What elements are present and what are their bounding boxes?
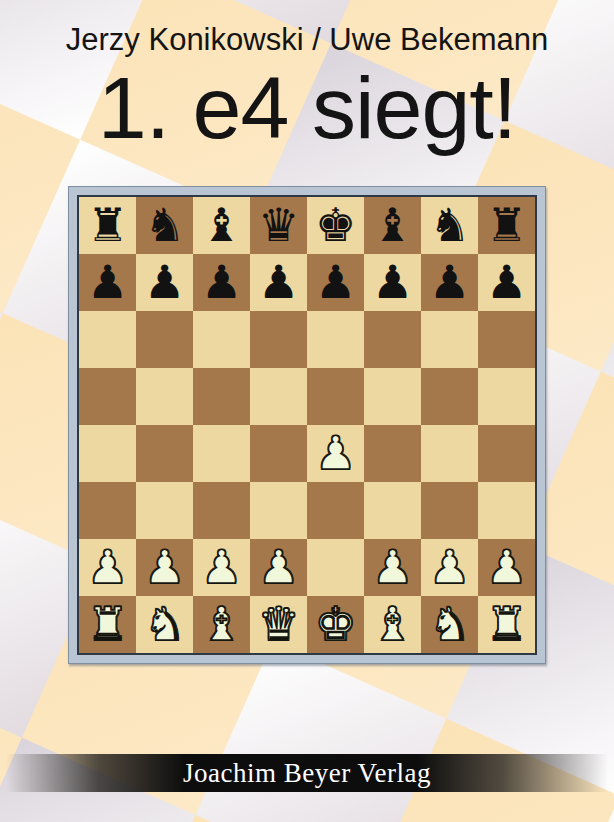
- square-c8: ♝: [193, 197, 250, 254]
- square-b1: ♞: [136, 596, 193, 653]
- square-d4: [250, 425, 307, 482]
- square-g6: [421, 311, 478, 368]
- piece-black-pawn: ♟: [364, 254, 421, 311]
- square-h8: ♜: [478, 197, 535, 254]
- piece-black-pawn: ♟: [250, 254, 307, 311]
- square-e1: ♚: [307, 596, 364, 653]
- square-g2: ♟: [421, 539, 478, 596]
- square-c4: [193, 425, 250, 482]
- square-d6: [250, 311, 307, 368]
- square-c1: ♝: [193, 596, 250, 653]
- piece-white-rook: ♜: [79, 596, 136, 653]
- square-c3: [193, 482, 250, 539]
- square-h2: ♟: [478, 539, 535, 596]
- piece-black-rook: ♜: [79, 197, 136, 254]
- square-b4: [136, 425, 193, 482]
- square-a7: ♟: [79, 254, 136, 311]
- piece-white-knight: ♞: [421, 596, 478, 653]
- square-f4: [364, 425, 421, 482]
- piece-black-bishop: ♝: [364, 197, 421, 254]
- piece-black-king: ♚: [307, 197, 364, 254]
- piece-black-pawn: ♟: [79, 254, 136, 311]
- square-d2: ♟: [250, 539, 307, 596]
- book-cover: Jerzy Konikowski / Uwe Bekemann 1. e4 si…: [0, 0, 614, 822]
- square-c2: ♟: [193, 539, 250, 596]
- piece-white-king: ♚: [307, 596, 364, 653]
- publisher-name: Joachim Beyer Verlag: [0, 754, 614, 792]
- piece-white-bishop: ♝: [364, 596, 421, 653]
- piece-white-pawn: ♟: [307, 425, 364, 482]
- square-g1: ♞: [421, 596, 478, 653]
- piece-black-pawn: ♟: [478, 254, 535, 311]
- piece-white-rook: ♜: [478, 596, 535, 653]
- piece-white-pawn: ♟: [364, 539, 421, 596]
- square-h7: ♟: [478, 254, 535, 311]
- piece-black-pawn: ♟: [136, 254, 193, 311]
- square-d5: [250, 368, 307, 425]
- square-a1: ♜: [79, 596, 136, 653]
- piece-white-queen: ♛: [250, 596, 307, 653]
- publisher-bar: Joachim Beyer Verlag: [0, 754, 614, 792]
- chessboard: ♜♞♝♛♚♝♞♜♟♟♟♟♟♟♟♟♟♟♟♟♟♟♟♟♜♞♝♛♚♝♞♜: [77, 195, 537, 655]
- piece-black-queen: ♛: [250, 197, 307, 254]
- square-b5: [136, 368, 193, 425]
- square-g7: ♟: [421, 254, 478, 311]
- piece-white-pawn: ♟: [250, 539, 307, 596]
- square-b2: ♟: [136, 539, 193, 596]
- square-h4: [478, 425, 535, 482]
- square-a5: [79, 368, 136, 425]
- square-b3: [136, 482, 193, 539]
- square-b7: ♟: [136, 254, 193, 311]
- square-h6: [478, 311, 535, 368]
- square-a2: ♟: [79, 539, 136, 596]
- square-e8: ♚: [307, 197, 364, 254]
- square-d1: ♛: [250, 596, 307, 653]
- square-b8: ♞: [136, 197, 193, 254]
- square-g4: [421, 425, 478, 482]
- square-e4: ♟: [307, 425, 364, 482]
- square-e7: ♟: [307, 254, 364, 311]
- square-e5: [307, 368, 364, 425]
- piece-black-pawn: ♟: [421, 254, 478, 311]
- square-h5: [478, 368, 535, 425]
- square-h3: [478, 482, 535, 539]
- chessboard-frame: ♜♞♝♛♚♝♞♜♟♟♟♟♟♟♟♟♟♟♟♟♟♟♟♟♜♞♝♛♚♝♞♜: [68, 186, 546, 664]
- square-f5: [364, 368, 421, 425]
- square-f1: ♝: [364, 596, 421, 653]
- square-a6: [79, 311, 136, 368]
- piece-black-bishop: ♝: [193, 197, 250, 254]
- piece-white-pawn: ♟: [136, 539, 193, 596]
- piece-white-pawn: ♟: [79, 539, 136, 596]
- piece-black-pawn: ♟: [307, 254, 364, 311]
- authors-line: Jerzy Konikowski / Uwe Bekemann: [0, 24, 614, 55]
- square-d7: ♟: [250, 254, 307, 311]
- square-f6: [364, 311, 421, 368]
- piece-white-bishop: ♝: [193, 596, 250, 653]
- square-g5: [421, 368, 478, 425]
- piece-white-pawn: ♟: [478, 539, 535, 596]
- square-c5: [193, 368, 250, 425]
- piece-black-rook: ♜: [478, 197, 535, 254]
- piece-white-pawn: ♟: [421, 539, 478, 596]
- square-e6: [307, 311, 364, 368]
- square-h1: ♜: [478, 596, 535, 653]
- square-g3: [421, 482, 478, 539]
- piece-white-pawn: ♟: [193, 539, 250, 596]
- square-c6: [193, 311, 250, 368]
- square-f8: ♝: [364, 197, 421, 254]
- square-g8: ♞: [421, 197, 478, 254]
- square-c7: ♟: [193, 254, 250, 311]
- piece-black-knight: ♞: [421, 197, 478, 254]
- square-a3: [79, 482, 136, 539]
- piece-black-knight: ♞: [136, 197, 193, 254]
- square-a8: ♜: [79, 197, 136, 254]
- piece-black-pawn: ♟: [193, 254, 250, 311]
- square-f3: [364, 482, 421, 539]
- square-b6: [136, 311, 193, 368]
- book-title: 1. e4 siegt!: [0, 64, 614, 152]
- square-d8: ♛: [250, 197, 307, 254]
- square-e2: [307, 539, 364, 596]
- piece-white-knight: ♞: [136, 596, 193, 653]
- square-f2: ♟: [364, 539, 421, 596]
- square-a4: [79, 425, 136, 482]
- square-f7: ♟: [364, 254, 421, 311]
- square-d3: [250, 482, 307, 539]
- square-e3: [307, 482, 364, 539]
